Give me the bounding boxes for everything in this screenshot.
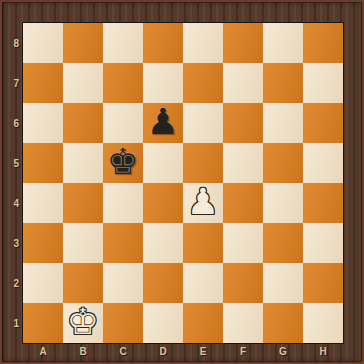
square-e3[interactable] bbox=[183, 223, 223, 263]
file-label-f: F bbox=[223, 341, 263, 362]
file-label-e: E bbox=[183, 341, 223, 362]
rank-label-4: 4 bbox=[2, 183, 22, 223]
square-g4[interactable] bbox=[263, 183, 303, 223]
square-a1[interactable] bbox=[23, 303, 63, 343]
square-g7[interactable] bbox=[263, 63, 303, 103]
square-e5[interactable] bbox=[183, 143, 223, 183]
square-d6[interactable]: ♟ bbox=[143, 103, 183, 143]
square-h3[interactable] bbox=[303, 223, 343, 263]
file-label-c: C bbox=[103, 341, 143, 362]
square-c3[interactable] bbox=[103, 223, 143, 263]
square-a2[interactable] bbox=[23, 263, 63, 303]
square-d3[interactable] bbox=[143, 223, 183, 263]
square-b6[interactable] bbox=[63, 103, 103, 143]
square-c6[interactable] bbox=[103, 103, 143, 143]
black-king[interactable]: ♚ bbox=[107, 144, 139, 180]
square-b7[interactable] bbox=[63, 63, 103, 103]
square-c4[interactable] bbox=[103, 183, 143, 223]
square-d4[interactable] bbox=[143, 183, 183, 223]
rank-label-1: 1 bbox=[2, 303, 22, 343]
file-label-h: H bbox=[303, 341, 343, 362]
square-f7[interactable] bbox=[223, 63, 263, 103]
file-label-g: G bbox=[263, 341, 303, 362]
square-h8[interactable] bbox=[303, 23, 343, 63]
square-a8[interactable] bbox=[23, 23, 63, 63]
square-c1[interactable] bbox=[103, 303, 143, 343]
square-a6[interactable] bbox=[23, 103, 63, 143]
square-h5[interactable] bbox=[303, 143, 343, 183]
white-pawn[interactable]: ♟ bbox=[187, 184, 219, 220]
square-h4[interactable] bbox=[303, 183, 343, 223]
square-a5[interactable] bbox=[23, 143, 63, 183]
square-d7[interactable] bbox=[143, 63, 183, 103]
square-a4[interactable] bbox=[23, 183, 63, 223]
square-c8[interactable] bbox=[103, 23, 143, 63]
square-f8[interactable] bbox=[223, 23, 263, 63]
square-g1[interactable] bbox=[263, 303, 303, 343]
square-e8[interactable] bbox=[183, 23, 223, 63]
square-f3[interactable] bbox=[223, 223, 263, 263]
square-d8[interactable] bbox=[143, 23, 183, 63]
square-d2[interactable] bbox=[143, 263, 183, 303]
square-g8[interactable] bbox=[263, 23, 303, 63]
square-f6[interactable] bbox=[223, 103, 263, 143]
rank-label-3: 3 bbox=[2, 223, 22, 263]
rank-label-6: 6 bbox=[2, 103, 22, 143]
square-e4[interactable]: ♟ bbox=[183, 183, 223, 223]
file-label-a: A bbox=[23, 341, 63, 362]
square-b3[interactable] bbox=[63, 223, 103, 263]
rank-label-7: 7 bbox=[2, 63, 22, 103]
square-h7[interactable] bbox=[303, 63, 343, 103]
square-d5[interactable] bbox=[143, 143, 183, 183]
rank-label-8: 8 bbox=[2, 23, 22, 63]
rank-label-5: 5 bbox=[2, 143, 22, 183]
square-c2[interactable] bbox=[103, 263, 143, 303]
square-g3[interactable] bbox=[263, 223, 303, 263]
square-e6[interactable] bbox=[183, 103, 223, 143]
square-b1[interactable]: ♚ bbox=[63, 303, 103, 343]
square-f4[interactable] bbox=[223, 183, 263, 223]
square-f1[interactable] bbox=[223, 303, 263, 343]
square-b4[interactable] bbox=[63, 183, 103, 223]
rank-label-2: 2 bbox=[2, 263, 22, 303]
square-c7[interactable] bbox=[103, 63, 143, 103]
file-labels: ABCDEFGH bbox=[23, 341, 343, 362]
black-pawn[interactable]: ♟ bbox=[147, 104, 179, 140]
chess-board: ♟♚♟♚ bbox=[22, 22, 344, 344]
square-h1[interactable] bbox=[303, 303, 343, 343]
square-e7[interactable] bbox=[183, 63, 223, 103]
file-label-b: B bbox=[63, 341, 103, 362]
square-g6[interactable] bbox=[263, 103, 303, 143]
square-a7[interactable] bbox=[23, 63, 63, 103]
square-f5[interactable] bbox=[223, 143, 263, 183]
file-label-d: D bbox=[143, 341, 183, 362]
square-c5[interactable]: ♚ bbox=[103, 143, 143, 183]
square-a3[interactable] bbox=[23, 223, 63, 263]
square-g5[interactable] bbox=[263, 143, 303, 183]
square-h6[interactable] bbox=[303, 103, 343, 143]
square-b2[interactable] bbox=[63, 263, 103, 303]
rank-labels: 87654321 bbox=[2, 23, 22, 343]
chessboard-frame: 87654321 ♟♚♟♚ ABCDEFGH bbox=[0, 0, 364, 364]
square-d1[interactable] bbox=[143, 303, 183, 343]
square-h2[interactable] bbox=[303, 263, 343, 303]
square-g2[interactable] bbox=[263, 263, 303, 303]
square-e2[interactable] bbox=[183, 263, 223, 303]
square-b8[interactable] bbox=[63, 23, 103, 63]
square-e1[interactable] bbox=[183, 303, 223, 343]
square-f2[interactable] bbox=[223, 263, 263, 303]
square-b5[interactable] bbox=[63, 143, 103, 183]
white-king[interactable]: ♚ bbox=[67, 304, 99, 340]
